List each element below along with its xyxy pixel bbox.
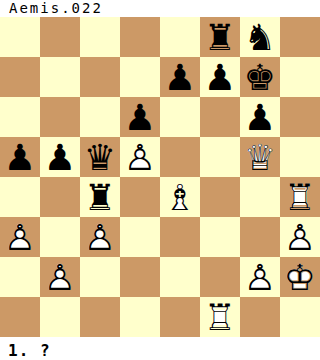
white-pawn[interactable]: ♟♙ [120,137,160,177]
piece-outline-layer: ♔ [280,257,320,297]
piece-outline-layer: ♙ [40,257,80,297]
square-g7[interactable]: ♚ [240,57,280,97]
square-h5[interactable] [280,137,320,177]
square-a8[interactable] [0,17,40,57]
piece-outline-layer: ♕ [240,137,280,177]
white-pawn[interactable]: ♟♙ [40,257,80,297]
white-rook[interactable]: ♜♖ [200,297,240,337]
square-f1[interactable]: ♜♖ [200,297,240,337]
square-c3[interactable]: ♟♙ [80,217,120,257]
chess-board: ♜♞♟♟♚♟♟♟♟♛♟♙♛♕♜♝♗♜♖♟♙♟♙♟♙♟♙♟♙♚♔♜♖ [0,17,320,337]
square-e7[interactable]: ♟ [160,57,200,97]
square-g6[interactable]: ♟ [240,97,280,137]
square-c7[interactable] [80,57,120,97]
square-g4[interactable] [240,177,280,217]
square-g5[interactable]: ♛♕ [240,137,280,177]
black-rook[interactable]: ♜ [80,177,120,217]
piece-outline-layer: ♖ [200,297,240,337]
square-g8[interactable]: ♞ [240,17,280,57]
diagram-title: Aemis.022 [0,0,320,17]
square-e4[interactable]: ♝♗ [160,177,200,217]
piece-outline-layer: ♙ [240,257,280,297]
square-h7[interactable] [280,57,320,97]
white-pawn[interactable]: ♟♙ [80,217,120,257]
piece-outline-layer: ♖ [280,177,320,217]
square-d2[interactable] [120,257,160,297]
white-pawn[interactable]: ♟♙ [240,257,280,297]
black-pawn[interactable]: ♟ [0,137,40,177]
square-a6[interactable] [0,97,40,137]
square-f5[interactable] [200,137,240,177]
white-pawn[interactable]: ♟♙ [280,217,320,257]
square-d8[interactable] [120,17,160,57]
square-b8[interactable] [40,17,80,57]
square-c4[interactable]: ♜ [80,177,120,217]
piece-outline-layer: ♙ [80,217,120,257]
square-e5[interactable] [160,137,200,177]
square-e3[interactable] [160,217,200,257]
square-e6[interactable] [160,97,200,137]
square-a2[interactable] [0,257,40,297]
white-pawn[interactable]: ♟♙ [0,217,40,257]
square-d4[interactable] [120,177,160,217]
white-rook[interactable]: ♜♖ [280,177,320,217]
black-pawn[interactable]: ♟ [160,57,200,97]
square-c2[interactable] [80,257,120,297]
square-b7[interactable] [40,57,80,97]
chess-diagram-page: Aemis.022 ♜♞♟♟♚♟♟♟♟♛♟♙♛♕♜♝♗♜♖♟♙♟♙♟♙♟♙♟♙♚… [0,0,320,360]
black-queen[interactable]: ♛ [80,137,120,177]
square-d5[interactable]: ♟♙ [120,137,160,177]
square-a5[interactable]: ♟ [0,137,40,177]
square-d6[interactable]: ♟ [120,97,160,137]
square-e1[interactable] [160,297,200,337]
black-knight[interactable]: ♞ [240,17,280,57]
square-b1[interactable] [40,297,80,337]
square-e8[interactable] [160,17,200,57]
square-a7[interactable] [0,57,40,97]
black-rook[interactable]: ♜ [200,17,240,57]
piece-outline-layer: ♙ [0,217,40,257]
square-b5[interactable]: ♟ [40,137,80,177]
square-f6[interactable] [200,97,240,137]
square-f2[interactable] [200,257,240,297]
square-g2[interactable]: ♟♙ [240,257,280,297]
piece-outline-layer: ♙ [280,217,320,257]
square-h8[interactable] [280,17,320,57]
square-h3[interactable]: ♟♙ [280,217,320,257]
square-b4[interactable] [40,177,80,217]
square-e2[interactable] [160,257,200,297]
square-c8[interactable] [80,17,120,57]
square-g3[interactable] [240,217,280,257]
white-queen[interactable]: ♛♕ [240,137,280,177]
black-pawn[interactable]: ♟ [200,57,240,97]
move-prompt: 1. ? [0,337,320,360]
square-d3[interactable] [120,217,160,257]
square-c6[interactable] [80,97,120,137]
square-a4[interactable] [0,177,40,217]
black-king[interactable]: ♚ [240,57,280,97]
square-c5[interactable]: ♛ [80,137,120,177]
square-a1[interactable] [0,297,40,337]
piece-outline-layer: ♙ [120,137,160,177]
square-f7[interactable]: ♟ [200,57,240,97]
square-a3[interactable]: ♟♙ [0,217,40,257]
white-bishop[interactable]: ♝♗ [160,177,200,217]
square-b2[interactable]: ♟♙ [40,257,80,297]
square-d7[interactable] [120,57,160,97]
black-pawn[interactable]: ♟ [120,97,160,137]
square-b6[interactable] [40,97,80,137]
square-h1[interactable] [280,297,320,337]
square-f4[interactable] [200,177,240,217]
square-g1[interactable] [240,297,280,337]
square-b3[interactable] [40,217,80,257]
square-d1[interactable] [120,297,160,337]
black-pawn[interactable]: ♟ [240,97,280,137]
square-f3[interactable] [200,217,240,257]
white-king[interactable]: ♚♔ [280,257,320,297]
black-pawn[interactable]: ♟ [40,137,80,177]
square-h2[interactable]: ♚♔ [280,257,320,297]
square-h4[interactable]: ♜♖ [280,177,320,217]
square-h6[interactable] [280,97,320,137]
piece-outline-layer: ♗ [160,177,200,217]
square-f8[interactable]: ♜ [200,17,240,57]
square-c1[interactable] [80,297,120,337]
